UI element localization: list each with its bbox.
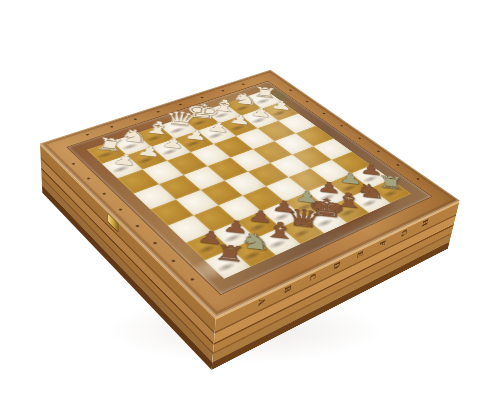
screw-dot-icon <box>339 125 343 127</box>
coordinate-label-g: G <box>399 227 408 239</box>
screw-dot-icon <box>102 193 106 196</box>
screw-dot-icon <box>288 89 292 91</box>
screw-dot-icon <box>170 260 175 263</box>
pawn-glyph: ♟︎ <box>227 112 251 126</box>
pawn-glyph: ♟︎ <box>159 135 186 151</box>
screw-dot-icon <box>152 242 157 245</box>
board-box-top: ♜︎♞︎♝︎♛︎♚︎♝︎♞︎♜︎♟︎♟︎♟︎♟︎♟︎♟︎♟︎♟︎♟︎♟︎♟︎♟︎… <box>40 70 460 317</box>
screw-dot-icon <box>118 208 122 211</box>
screw-dot-icon <box>416 178 420 180</box>
screw-dot-icon <box>178 103 182 105</box>
coordinate-label-f: F <box>377 238 386 250</box>
screw-dot-icon <box>71 163 75 165</box>
coordinate-label-a: A <box>256 296 266 309</box>
chess-set-photo: ♜︎♞︎♝︎♛︎♚︎♝︎♞︎♜︎♟︎♟︎♟︎♟︎♟︎♟︎♟︎♟︎♟︎♟︎♟︎♟︎… <box>0 0 500 400</box>
screw-dot-icon <box>85 133 89 135</box>
screw-dot-icon <box>86 177 90 180</box>
wooden-box: ♜︎♞︎♝︎♛︎♚︎♝︎♞︎♜︎♟︎♟︎♟︎♟︎♟︎♟︎♟︎♟︎♟︎♟︎♟︎♟︎… <box>40 70 460 317</box>
screw-dot-icon <box>156 111 160 113</box>
pawn-glyph: ♟︎ <box>249 105 273 119</box>
screw-dot-icon <box>376 150 380 152</box>
coordinate-label-d: D <box>331 260 341 272</box>
scene-3d: ♜︎♞︎♝︎♛︎♚︎♝︎♞︎♜︎♟︎♟︎♟︎♟︎♟︎♟︎♟︎♟︎♟︎♟︎♟︎♟︎… <box>0 0 500 400</box>
screw-dot-icon <box>221 90 225 92</box>
screw-dot-icon <box>357 137 361 139</box>
pawn-glyph: ♟︎ <box>182 127 208 142</box>
screw-dot-icon <box>241 83 245 85</box>
screw-dot-icon <box>396 164 400 166</box>
screw-dot-icon <box>200 96 204 98</box>
screw-dot-icon <box>110 125 114 127</box>
coordinate-label-h: H <box>420 217 429 229</box>
pawn-glyph: ♟︎ <box>135 143 163 159</box>
screw-dot-icon <box>133 118 137 120</box>
pawn-glyph: ♟︎ <box>269 98 292 112</box>
screw-dot-icon <box>189 278 194 281</box>
screw-dot-icon <box>322 113 326 115</box>
coordinate-label-e: E <box>355 248 364 260</box>
pawn-glyph: ♟︎ <box>205 120 230 135</box>
screw-dot-icon <box>135 225 140 228</box>
coordinate-label-b: B <box>282 283 292 296</box>
coordinate-label-c: C <box>307 271 317 284</box>
screw-dot-icon <box>305 101 309 103</box>
